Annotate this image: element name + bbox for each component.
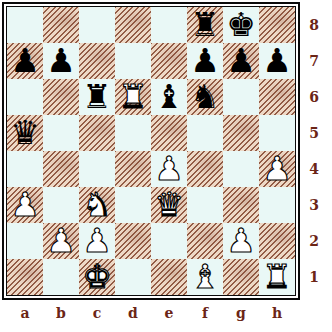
- file-label-b: b: [43, 300, 79, 326]
- rank-label-2: 2: [300, 223, 328, 259]
- rank-label-6: 6: [300, 79, 328, 115]
- square-h7[interactable]: ♟: [259, 43, 295, 79]
- board-inner-border: ♜♚♟♟♟♟♟♜♜♝♞♛♟♟♟♞♛♟♟♟♚♝♜: [6, 6, 296, 296]
- square-h4[interactable]: ♟: [259, 151, 295, 187]
- square-e8[interactable]: [151, 7, 187, 43]
- square-a5[interactable]: ♛: [7, 115, 43, 151]
- square-b7[interactable]: ♟: [43, 43, 79, 79]
- black-king-icon: ♚: [223, 7, 259, 43]
- square-h2[interactable]: [259, 223, 295, 259]
- square-f6[interactable]: ♞: [187, 79, 223, 115]
- square-g6[interactable]: [223, 79, 259, 115]
- chess-diagram: ♜♚♟♟♟♟♟♜♜♝♞♛♟♟♟♞♛♟♟♟♚♝♜ abcdefgh 8765432…: [0, 0, 332, 332]
- white-bishop-icon: ♝: [187, 259, 223, 295]
- black-pawn-icon: ♟: [43, 43, 79, 79]
- square-a4[interactable]: [7, 151, 43, 187]
- square-b6[interactable]: [43, 79, 79, 115]
- square-a1[interactable]: [7, 259, 43, 295]
- square-d4[interactable]: [115, 151, 151, 187]
- file-label-h: h: [259, 300, 295, 326]
- square-d2[interactable]: [115, 223, 151, 259]
- white-pawn-icon: ♟: [7, 187, 43, 223]
- square-g4[interactable]: [223, 151, 259, 187]
- file-label-a: a: [7, 300, 43, 326]
- square-d8[interactable]: [115, 7, 151, 43]
- square-b3[interactable]: [43, 187, 79, 223]
- square-d5[interactable]: [115, 115, 151, 151]
- square-d7[interactable]: [115, 43, 151, 79]
- square-b4[interactable]: [43, 151, 79, 187]
- square-f8[interactable]: ♜: [187, 7, 223, 43]
- square-d1[interactable]: [115, 259, 151, 295]
- white-king-icon: ♚: [79, 259, 115, 295]
- rank-label-5: 5: [300, 115, 328, 151]
- rank-label-8: 8: [300, 7, 328, 43]
- square-e6[interactable]: ♝: [151, 79, 187, 115]
- black-rook-icon: ♜: [187, 7, 223, 43]
- white-pawn-icon: ♟: [223, 223, 259, 259]
- file-label-f: f: [187, 300, 223, 326]
- square-c2[interactable]: ♟: [79, 223, 115, 259]
- white-rook-icon: ♜: [115, 79, 151, 115]
- square-g8[interactable]: ♚: [223, 7, 259, 43]
- square-h8[interactable]: [259, 7, 295, 43]
- rank-labels: 87654321: [300, 7, 328, 295]
- square-c3[interactable]: ♞: [79, 187, 115, 223]
- black-knight-icon: ♞: [187, 79, 223, 115]
- black-pawn-icon: ♟: [259, 43, 295, 79]
- black-queen-icon: ♛: [7, 115, 43, 151]
- square-c5[interactable]: [79, 115, 115, 151]
- square-c4[interactable]: [79, 151, 115, 187]
- square-h5[interactable]: [259, 115, 295, 151]
- square-f7[interactable]: ♟: [187, 43, 223, 79]
- square-b1[interactable]: [43, 259, 79, 295]
- square-f3[interactable]: [187, 187, 223, 223]
- white-knight-icon: ♞: [79, 187, 115, 223]
- black-pawn-icon: ♟: [187, 43, 223, 79]
- rank-label-3: 3: [300, 187, 328, 223]
- square-g1[interactable]: [223, 259, 259, 295]
- file-label-g: g: [223, 300, 259, 326]
- white-rook-icon: ♜: [259, 259, 295, 295]
- square-f5[interactable]: [187, 115, 223, 151]
- square-c7[interactable]: [79, 43, 115, 79]
- white-pawn-icon: ♟: [151, 151, 187, 187]
- square-b5[interactable]: [43, 115, 79, 151]
- square-f4[interactable]: [187, 151, 223, 187]
- file-label-e: e: [151, 300, 187, 326]
- square-h6[interactable]: [259, 79, 295, 115]
- square-f2[interactable]: [187, 223, 223, 259]
- board-frame: ♜♚♟♟♟♟♟♜♜♝♞♛♟♟♟♞♛♟♟♟♚♝♜: [2, 2, 300, 300]
- square-g3[interactable]: [223, 187, 259, 223]
- square-a8[interactable]: [7, 7, 43, 43]
- square-h3[interactable]: [259, 187, 295, 223]
- rank-label-7: 7: [300, 43, 328, 79]
- square-b8[interactable]: [43, 7, 79, 43]
- square-g2[interactable]: ♟: [223, 223, 259, 259]
- black-pawn-icon: ♟: [223, 43, 259, 79]
- square-e4[interactable]: ♟: [151, 151, 187, 187]
- square-e7[interactable]: [151, 43, 187, 79]
- square-a6[interactable]: [7, 79, 43, 115]
- chess-board: ♜♚♟♟♟♟♟♜♜♝♞♛♟♟♟♞♛♟♟♟♚♝♜: [7, 7, 295, 295]
- square-g5[interactable]: [223, 115, 259, 151]
- file-labels: abcdefgh: [7, 300, 295, 326]
- black-pawn-icon: ♟: [7, 43, 43, 79]
- rank-label-4: 4: [300, 151, 328, 187]
- square-e2[interactable]: [151, 223, 187, 259]
- square-e3[interactable]: ♛: [151, 187, 187, 223]
- square-d6[interactable]: ♜: [115, 79, 151, 115]
- white-pawn-icon: ♟: [259, 151, 295, 187]
- white-pawn-icon: ♟: [79, 223, 115, 259]
- square-c8[interactable]: [79, 7, 115, 43]
- square-c1[interactable]: ♚: [79, 259, 115, 295]
- square-a2[interactable]: [7, 223, 43, 259]
- rank-label-1: 1: [300, 259, 328, 295]
- square-a7[interactable]: ♟: [7, 43, 43, 79]
- square-h1[interactable]: ♜: [259, 259, 295, 295]
- black-bishop-icon: ♝: [151, 79, 187, 115]
- square-d3[interactable]: [115, 187, 151, 223]
- white-pawn-icon: ♟: [43, 223, 79, 259]
- square-g7[interactable]: ♟: [223, 43, 259, 79]
- file-label-c: c: [79, 300, 115, 326]
- square-b2[interactable]: ♟: [43, 223, 79, 259]
- square-c6[interactable]: ♜: [79, 79, 115, 115]
- white-queen-icon: ♛: [151, 187, 187, 223]
- file-label-d: d: [115, 300, 151, 326]
- square-e1[interactable]: [151, 259, 187, 295]
- square-f1[interactable]: ♝: [187, 259, 223, 295]
- square-a3[interactable]: ♟: [7, 187, 43, 223]
- black-rook-icon: ♜: [79, 79, 115, 115]
- square-e5[interactable]: [151, 115, 187, 151]
